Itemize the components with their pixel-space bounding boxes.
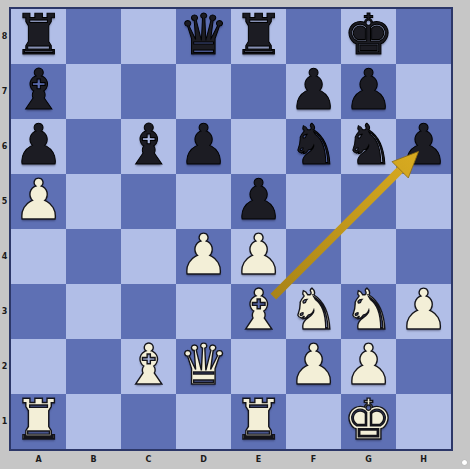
square-e4[interactable]: ♟ (231, 229, 286, 284)
white-pawn-f2[interactable]: ♟ (288, 337, 338, 392)
square-h4[interactable] (396, 229, 451, 284)
rank-label-7: 7 (0, 64, 9, 119)
black-pawn-g7[interactable]: ♟ (343, 62, 393, 117)
white-bishop-c2[interactable]: ♝ (123, 337, 173, 392)
square-g6[interactable]: ♞ (341, 119, 396, 174)
rank-label-4: 4 (0, 229, 9, 284)
square-g8[interactable]: ♚ (341, 9, 396, 64)
rank-label-2: 2 (0, 339, 9, 394)
square-g5[interactable] (341, 174, 396, 229)
black-knight-f6[interactable]: ♞ (288, 117, 338, 172)
file-label-f: F (286, 455, 341, 464)
white-king-g1[interactable]: ♚ (343, 392, 393, 447)
black-pawn-a6[interactable]: ♟ (13, 117, 63, 172)
white-rook-a1[interactable]: ♜ (13, 392, 63, 447)
square-d1[interactable] (176, 394, 231, 449)
square-h1[interactable] (396, 394, 451, 449)
square-h5[interactable] (396, 174, 451, 229)
square-b1[interactable] (66, 394, 121, 449)
square-c1[interactable] (121, 394, 176, 449)
file-label-c: C (121, 455, 176, 464)
rank-label-3: 3 (0, 284, 9, 339)
square-f5[interactable] (286, 174, 341, 229)
square-f7[interactable]: ♟ (286, 64, 341, 119)
square-d3[interactable] (176, 284, 231, 339)
white-knight-g3[interactable]: ♞ (343, 282, 393, 337)
black-pawn-f7[interactable]: ♟ (288, 62, 338, 117)
square-g4[interactable] (341, 229, 396, 284)
square-g2[interactable]: ♟ (341, 339, 396, 394)
square-a6[interactable]: ♟ (11, 119, 66, 174)
square-e3[interactable]: ♝ (231, 284, 286, 339)
chess-app-window: 87654321 ♜♛♜♚♝♟♟♟♝♟♞♞♟♟♟♟♟♝♞♞♟♝♛♟♟♜♜♚ AB… (0, 0, 470, 469)
square-e7[interactable] (231, 64, 286, 119)
square-h7[interactable] (396, 64, 451, 119)
square-h6[interactable]: ♟ (396, 119, 451, 174)
square-a3[interactable] (11, 284, 66, 339)
square-e8[interactable]: ♜ (231, 9, 286, 64)
square-d4[interactable]: ♟ (176, 229, 231, 284)
rank-labels: 87654321 (0, 9, 9, 449)
rank-label-1: 1 (0, 394, 9, 449)
rank-label-8: 8 (0, 9, 9, 64)
square-g7[interactable]: ♟ (341, 64, 396, 119)
file-label-a: A (11, 455, 66, 464)
rank-label-6: 6 (0, 119, 9, 174)
square-c8[interactable] (121, 9, 176, 64)
white-bishop-e3[interactable]: ♝ (233, 282, 283, 337)
square-a2[interactable] (11, 339, 66, 394)
file-label-d: D (176, 455, 231, 464)
file-label-h: H (396, 455, 451, 464)
white-pawn-e4[interactable]: ♟ (233, 227, 283, 282)
file-labels: ABCDEFGH (11, 452, 451, 467)
white-rook-e1[interactable]: ♜ (233, 392, 283, 447)
square-f3[interactable]: ♞ (286, 284, 341, 339)
square-b2[interactable] (66, 339, 121, 394)
square-c6[interactable]: ♝ (121, 119, 176, 174)
square-a1[interactable]: ♜ (11, 394, 66, 449)
square-b7[interactable] (66, 64, 121, 119)
black-pawn-e5[interactable]: ♟ (233, 172, 283, 227)
chess-board: ♜♛♜♚♝♟♟♟♝♟♞♞♟♟♟♟♟♝♞♞♟♝♛♟♟♜♜♚ (11, 9, 451, 449)
white-queen-d2[interactable]: ♛ (178, 337, 228, 392)
resize-grip-dot (462, 460, 467, 465)
square-a4[interactable] (11, 229, 66, 284)
rank-label-5: 5 (0, 174, 9, 229)
square-d7[interactable] (176, 64, 231, 119)
white-pawn-a5[interactable]: ♟ (13, 172, 63, 227)
square-h8[interactable] (396, 9, 451, 64)
black-bishop-a7[interactable]: ♝ (13, 62, 63, 117)
square-c2[interactable]: ♝ (121, 339, 176, 394)
file-label-e: E (231, 455, 286, 464)
square-f8[interactable] (286, 9, 341, 64)
square-e6[interactable] (231, 119, 286, 174)
square-a5[interactable]: ♟ (11, 174, 66, 229)
square-b8[interactable] (66, 9, 121, 64)
file-label-b: B (66, 455, 121, 464)
board-frame: ♜♛♜♚♝♟♟♟♝♟♞♞♟♟♟♟♟♝♞♞♟♝♛♟♟♜♜♚ (9, 7, 453, 451)
square-f1[interactable] (286, 394, 341, 449)
square-d2[interactable]: ♛ (176, 339, 231, 394)
square-g1[interactable]: ♚ (341, 394, 396, 449)
black-rook-e8[interactable]: ♜ (233, 7, 283, 62)
square-d6[interactable]: ♟ (176, 119, 231, 174)
white-pawn-h3[interactable]: ♟ (398, 282, 448, 337)
file-label-g: G (341, 455, 396, 464)
square-a8[interactable]: ♜ (11, 9, 66, 64)
square-c5[interactable] (121, 174, 176, 229)
white-pawn-d4[interactable]: ♟ (178, 227, 228, 282)
square-d5[interactable] (176, 174, 231, 229)
black-bishop-c6[interactable]: ♝ (123, 117, 173, 172)
square-b5[interactable] (66, 174, 121, 229)
square-c4[interactable] (121, 229, 176, 284)
square-b3[interactable] (66, 284, 121, 339)
black-pawn-d6[interactable]: ♟ (178, 117, 228, 172)
square-e1[interactable]: ♜ (231, 394, 286, 449)
black-queen-d8[interactable]: ♛ (178, 7, 228, 62)
square-g3[interactable]: ♞ (341, 284, 396, 339)
square-f6[interactable]: ♞ (286, 119, 341, 174)
square-b6[interactable] (66, 119, 121, 174)
square-c3[interactable] (121, 284, 176, 339)
square-f2[interactable]: ♟ (286, 339, 341, 394)
square-c7[interactable] (121, 64, 176, 119)
black-knight-g6[interactable]: ♞ (343, 117, 393, 172)
square-h2[interactable] (396, 339, 451, 394)
square-a7[interactable]: ♝ (11, 64, 66, 119)
black-rook-a8[interactable]: ♜ (13, 7, 63, 62)
square-d8[interactable]: ♛ (176, 9, 231, 64)
square-f4[interactable] (286, 229, 341, 284)
square-h3[interactable]: ♟ (396, 284, 451, 339)
black-pawn-h6[interactable]: ♟ (398, 117, 448, 172)
square-e2[interactable] (231, 339, 286, 394)
square-e5[interactable]: ♟ (231, 174, 286, 229)
white-knight-f3[interactable]: ♞ (288, 282, 338, 337)
white-pawn-g2[interactable]: ♟ (343, 337, 393, 392)
black-king-g8[interactable]: ♚ (343, 7, 393, 62)
square-b4[interactable] (66, 229, 121, 284)
